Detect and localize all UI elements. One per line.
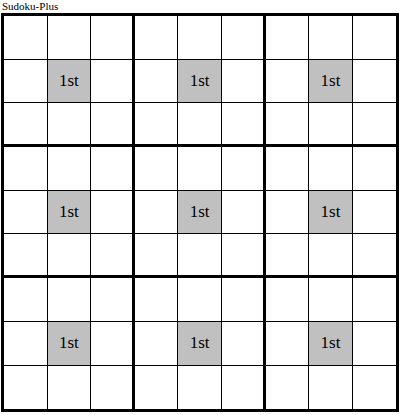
shaded-cell-r2c5[interactable]: 1st: [178, 60, 222, 104]
shaded-cell-r8c5[interactable]: 1st: [178, 322, 222, 366]
cell-r2c6[interactable]: [222, 60, 266, 104]
cell-r9c4[interactable]: [135, 366, 179, 410]
cell-r7c9[interactable]: [353, 278, 397, 322]
cell-r3c6[interactable]: [222, 103, 266, 147]
cell-r9c8[interactable]: [309, 366, 353, 410]
cell-r4c8[interactable]: [309, 147, 353, 191]
cell-r6c6[interactable]: [222, 234, 266, 278]
cell-r3c4[interactable]: [135, 103, 179, 147]
cell-r9c2[interactable]: [48, 366, 92, 410]
cell-r3c2[interactable]: [48, 103, 92, 147]
cell-r7c3[interactable]: [91, 278, 135, 322]
cell-r1c1[interactable]: [4, 16, 48, 60]
cell-r8c6[interactable]: [222, 322, 266, 366]
cell-r5c4[interactable]: [135, 191, 179, 235]
cell-r1c6[interactable]: [222, 16, 266, 60]
cell-r3c8[interactable]: [309, 103, 353, 147]
cell-r6c1[interactable]: [4, 234, 48, 278]
cell-r4c5[interactable]: [178, 147, 222, 191]
cell-r5c7[interactable]: [266, 191, 310, 235]
shaded-cell-r5c2[interactable]: 1st: [48, 191, 92, 235]
cell-r3c7[interactable]: [266, 103, 310, 147]
cell-r1c4[interactable]: [135, 16, 179, 60]
cell-r6c2[interactable]: [48, 234, 92, 278]
cell-r7c2[interactable]: [48, 278, 92, 322]
cell-r9c7[interactable]: [266, 366, 310, 410]
shaded-cell-r2c2[interactable]: 1st: [48, 60, 92, 104]
cell-r4c7[interactable]: [266, 147, 310, 191]
shaded-cell-r8c8[interactable]: 1st: [309, 322, 353, 366]
cell-r3c5[interactable]: [178, 103, 222, 147]
cell-r4c4[interactable]: [135, 147, 179, 191]
cell-r4c3[interactable]: [91, 147, 135, 191]
cell-r1c9[interactable]: [353, 16, 397, 60]
cell-r5c3[interactable]: [91, 191, 135, 235]
cell-r3c3[interactable]: [91, 103, 135, 147]
cell-r9c9[interactable]: [353, 366, 397, 410]
cell-r7c4[interactable]: [135, 278, 179, 322]
cell-r2c3[interactable]: [91, 60, 135, 104]
cell-r9c3[interactable]: [91, 366, 135, 410]
cell-r7c6[interactable]: [222, 278, 266, 322]
cell-r5c1[interactable]: [4, 191, 48, 235]
cell-r4c2[interactable]: [48, 147, 92, 191]
cell-r8c9[interactable]: [353, 322, 397, 366]
sudoku-plus-page: Sudoku-Plus 1st1st1st1st1st1st1st1st1st: [0, 0, 402, 415]
cell-r1c8[interactable]: [309, 16, 353, 60]
shaded-cell-r2c8[interactable]: 1st: [309, 60, 353, 104]
cell-r2c1[interactable]: [4, 60, 48, 104]
cell-r9c5[interactable]: [178, 366, 222, 410]
cell-r6c8[interactable]: [309, 234, 353, 278]
cell-r4c6[interactable]: [222, 147, 266, 191]
page-title: Sudoku-Plus: [0, 0, 402, 13]
cell-r1c2[interactable]: [48, 16, 92, 60]
cell-r2c7[interactable]: [266, 60, 310, 104]
cell-r7c8[interactable]: [309, 278, 353, 322]
cell-r8c1[interactable]: [4, 322, 48, 366]
cell-r6c3[interactable]: [91, 234, 135, 278]
cell-r5c6[interactable]: [222, 191, 266, 235]
cell-r6c9[interactable]: [353, 234, 397, 278]
cell-r1c7[interactable]: [266, 16, 310, 60]
cell-r7c5[interactable]: [178, 278, 222, 322]
cell-r3c1[interactable]: [4, 103, 48, 147]
shaded-cell-r8c2[interactable]: 1st: [48, 322, 92, 366]
cell-r6c4[interactable]: [135, 234, 179, 278]
cell-r8c4[interactable]: [135, 322, 179, 366]
sudoku-board: 1st1st1st1st1st1st1st1st1st: [1, 13, 399, 412]
cell-r3c9[interactable]: [353, 103, 397, 147]
cell-r2c4[interactable]: [135, 60, 179, 104]
cell-r4c1[interactable]: [4, 147, 48, 191]
cell-r7c1[interactable]: [4, 278, 48, 322]
cell-r4c9[interactable]: [353, 147, 397, 191]
cell-r8c3[interactable]: [91, 322, 135, 366]
cell-r6c7[interactable]: [266, 234, 310, 278]
shaded-cell-r5c5[interactable]: 1st: [178, 191, 222, 235]
cell-r6c5[interactable]: [178, 234, 222, 278]
cell-r9c6[interactable]: [222, 366, 266, 410]
cell-r7c7[interactable]: [266, 278, 310, 322]
cell-r8c7[interactable]: [266, 322, 310, 366]
cell-r5c9[interactable]: [353, 191, 397, 235]
cell-r1c5[interactable]: [178, 16, 222, 60]
cell-r1c3[interactable]: [91, 16, 135, 60]
cell-r9c1[interactable]: [4, 366, 48, 410]
shaded-cell-r5c8[interactable]: 1st: [309, 191, 353, 235]
cell-r2c9[interactable]: [353, 60, 397, 104]
